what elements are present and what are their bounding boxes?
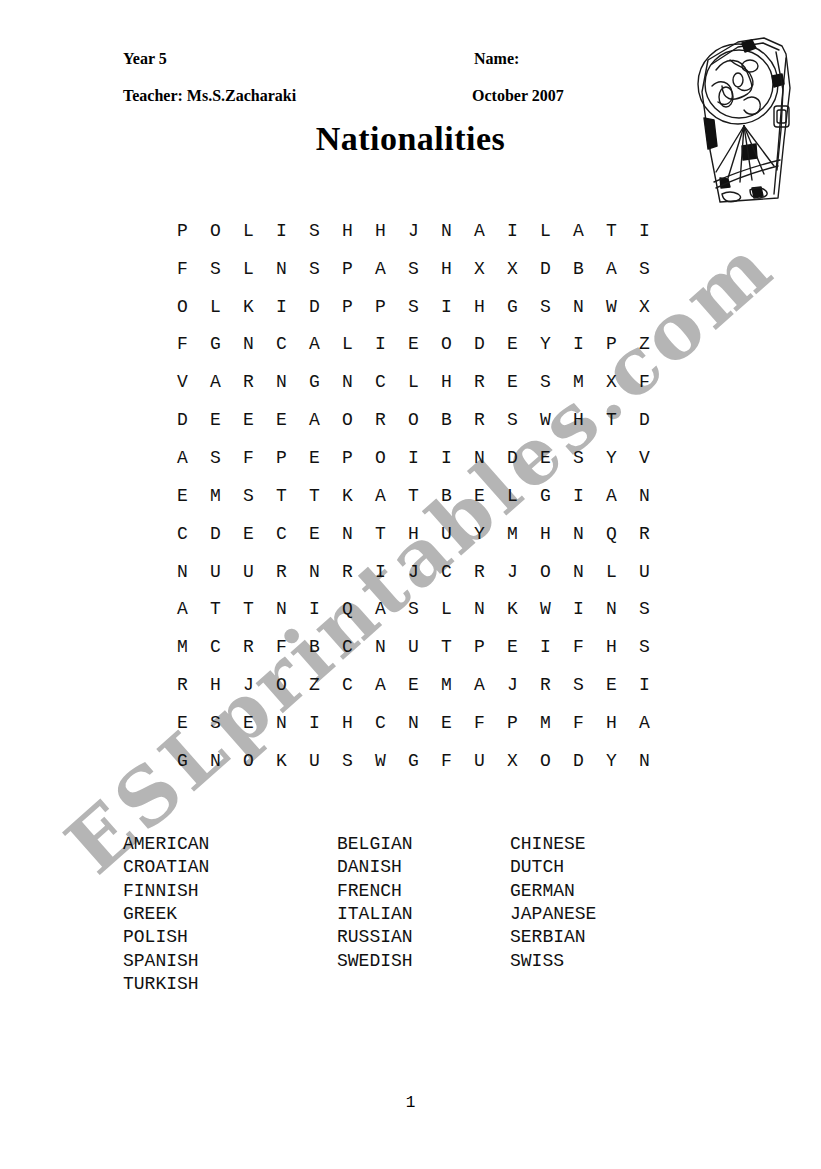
grid-cell: S: [562, 666, 595, 704]
grid-cell: I: [397, 439, 430, 477]
grid-cell: C: [331, 666, 364, 704]
grid-cell: K: [496, 590, 529, 628]
grid-cell: F: [562, 704, 595, 742]
grid-cell: D: [628, 401, 661, 439]
grid-cell: P: [463, 628, 496, 666]
grid-cell: A: [364, 250, 397, 288]
grid-cell: H: [331, 704, 364, 742]
grid-cell: B: [298, 628, 331, 666]
grid-cell: H: [364, 212, 397, 250]
grid-cell: M: [199, 477, 232, 515]
grid-cell: A: [298, 401, 331, 439]
grid-cell: E: [496, 326, 529, 364]
grid-cell: H: [595, 628, 628, 666]
word-item: CROATIAN: [123, 856, 337, 879]
word-item: FRENCH: [337, 880, 510, 903]
word-item: GREEK: [123, 903, 337, 926]
word-item: BELGIAN: [337, 833, 510, 856]
grid-cell: S: [628, 628, 661, 666]
word-item: GERMAN: [510, 880, 596, 903]
grid-cell: U: [463, 742, 496, 780]
grid-cell: S: [199, 439, 232, 477]
grid-cell: P: [496, 704, 529, 742]
grid-cell: S: [628, 590, 661, 628]
grid-cell: T: [298, 477, 331, 515]
grid-cell: N: [265, 363, 298, 401]
grid-cell: R: [463, 363, 496, 401]
grid-cell: T: [364, 515, 397, 553]
grid-cell: F: [265, 628, 298, 666]
grid-cell: I: [562, 590, 595, 628]
grid-cell: S: [397, 250, 430, 288]
grid-cell: L: [529, 212, 562, 250]
grid-cell: R: [364, 401, 397, 439]
grid-cell: Y: [595, 742, 628, 780]
word-list-column: CHINESEDUTCHGERMANJAPANESESERBIANSWISS: [510, 833, 596, 996]
grid-cell: E: [166, 704, 199, 742]
grid-cell: T: [595, 212, 628, 250]
grid-cell: D: [463, 326, 496, 364]
grid-cell: N: [562, 515, 595, 553]
grid-cell: T: [595, 401, 628, 439]
grid-cell: H: [397, 515, 430, 553]
grid-cell: C: [331, 628, 364, 666]
word-item: SWISS: [510, 950, 596, 973]
grid-cell: C: [166, 515, 199, 553]
grid-cell: J: [232, 666, 265, 704]
grid-cell: O: [199, 212, 232, 250]
grid-cell: R: [331, 553, 364, 591]
grid-cell: N: [628, 477, 661, 515]
grid-cell: E: [397, 326, 430, 364]
grid-cell: N: [166, 553, 199, 591]
grid-cell: I: [529, 628, 562, 666]
grid-cell: S: [298, 250, 331, 288]
word-item: POLISH: [123, 926, 337, 949]
grid-cell: E: [298, 515, 331, 553]
grid-cell: A: [595, 250, 628, 288]
grid-cell: F: [562, 628, 595, 666]
grid-cell: E: [496, 628, 529, 666]
word-item: SWEDISH: [337, 950, 510, 973]
grid-cell: E: [232, 401, 265, 439]
grid-cell: R: [529, 666, 562, 704]
grid-cell: I: [562, 477, 595, 515]
grid-cell: H: [529, 515, 562, 553]
grid-cell: F: [628, 363, 661, 401]
grid-cell: H: [595, 704, 628, 742]
grid-cell: F: [166, 326, 199, 364]
grid-cell: H: [430, 363, 463, 401]
grid-cell: N: [232, 326, 265, 364]
grid-cell: A: [166, 590, 199, 628]
grid-cell: C: [364, 363, 397, 401]
word-item: SERBIAN: [510, 926, 596, 949]
grid-cell: R: [232, 628, 265, 666]
grid-cell: C: [265, 326, 298, 364]
grid-cell: W: [529, 401, 562, 439]
grid-cell: N: [430, 212, 463, 250]
grid-cell: E: [430, 704, 463, 742]
name-label: Name:: [474, 50, 519, 68]
grid-cell: J: [397, 553, 430, 591]
clipart-illustration: [686, 30, 808, 212]
word-item: FINNISH: [123, 880, 337, 903]
word-item: ITALIAN: [337, 903, 510, 926]
grid-cell: A: [628, 704, 661, 742]
grid-cell: N: [265, 704, 298, 742]
grid-cell: N: [331, 515, 364, 553]
grid-cell: I: [430, 288, 463, 326]
grid-cell: I: [496, 212, 529, 250]
grid-cell: A: [463, 666, 496, 704]
grid-cell: O: [364, 439, 397, 477]
grid-cell: S: [529, 363, 562, 401]
grid-cell: T: [232, 590, 265, 628]
word-item: CHINESE: [510, 833, 596, 856]
grid-cell: G: [397, 742, 430, 780]
grid-cell: X: [595, 363, 628, 401]
grid-cell: A: [463, 212, 496, 250]
grid-cell: G: [496, 288, 529, 326]
grid-cell: L: [595, 553, 628, 591]
grid-cell: K: [232, 288, 265, 326]
grid-cell: I: [364, 553, 397, 591]
grid-cell: E: [595, 666, 628, 704]
grid-cell: I: [364, 326, 397, 364]
grid-cell: N: [298, 553, 331, 591]
grid-cell: S: [397, 288, 430, 326]
grid-cell: N: [331, 363, 364, 401]
grid-cell: Q: [595, 515, 628, 553]
grid-cell: B: [430, 401, 463, 439]
grid-cell: D: [529, 250, 562, 288]
grid-cell: S: [496, 401, 529, 439]
word-item: TURKISH: [123, 973, 337, 996]
grid-cell: C: [430, 553, 463, 591]
grid-cell: X: [628, 288, 661, 326]
word-list-column: AMERICANCROATIANFINNISHGREEKPOLISHSPANIS…: [123, 833, 337, 996]
grid-cell: N: [463, 590, 496, 628]
grid-cell: A: [166, 439, 199, 477]
grid-cell: E: [265, 401, 298, 439]
grid-cell: I: [298, 704, 331, 742]
grid-cell: R: [463, 553, 496, 591]
grid-cell: R: [265, 553, 298, 591]
grid-cell: F: [232, 439, 265, 477]
grid-cell: O: [232, 742, 265, 780]
grid-cell: N: [463, 439, 496, 477]
grid-cell: E: [232, 704, 265, 742]
grid-cell: I: [265, 288, 298, 326]
grid-cell: M: [529, 704, 562, 742]
grid-cell: Y: [529, 326, 562, 364]
page-number: 1: [0, 1094, 821, 1112]
grid-cell: B: [430, 477, 463, 515]
grid-cell: U: [298, 742, 331, 780]
grid-cell: X: [463, 250, 496, 288]
grid-cell: F: [463, 704, 496, 742]
grid-cell: U: [397, 628, 430, 666]
grid-cell: A: [364, 477, 397, 515]
grid-cell: E: [397, 666, 430, 704]
grid-cell: T: [265, 477, 298, 515]
word-list-column: BELGIANDANISHFRENCHITALIANRUSSIANSWEDISH: [337, 833, 510, 996]
grid-cell: I: [562, 326, 595, 364]
grid-cell: E: [298, 439, 331, 477]
grid-cell: M: [562, 363, 595, 401]
grid-cell: B: [562, 250, 595, 288]
grid-cell: N: [265, 590, 298, 628]
grid-cell: N: [364, 628, 397, 666]
worksheet-page: ESLprintables.com Year 5 Name: Teacher: …: [0, 0, 821, 1169]
grid-cell: P: [166, 212, 199, 250]
grid-cell: G: [199, 326, 232, 364]
word-list: AMERICANCROATIANFINNISHGREEKPOLISHSPANIS…: [123, 833, 596, 996]
grid-cell: G: [298, 363, 331, 401]
grid-cell: O: [397, 401, 430, 439]
grid-cell: R: [166, 666, 199, 704]
grid-cell: N: [562, 288, 595, 326]
grid-cell: S: [298, 212, 331, 250]
word-item: DANISH: [337, 856, 510, 879]
grid-cell: O: [529, 742, 562, 780]
grid-cell: L: [430, 590, 463, 628]
grid-cell: N: [562, 553, 595, 591]
grid-cell: N: [628, 742, 661, 780]
grid-cell: S: [628, 250, 661, 288]
grid-cell: Z: [298, 666, 331, 704]
word-item: SPANISH: [123, 950, 337, 973]
grid-cell: D: [562, 742, 595, 780]
grid-cell: U: [430, 515, 463, 553]
grid-cell: O: [265, 666, 298, 704]
grid-cell: H: [430, 250, 463, 288]
grid-cell: O: [331, 401, 364, 439]
grid-cell: A: [199, 363, 232, 401]
grid-cell: J: [496, 666, 529, 704]
grid-cell: P: [331, 250, 364, 288]
grid-cell: S: [529, 288, 562, 326]
grid-cell: P: [331, 288, 364, 326]
grid-cell: O: [529, 553, 562, 591]
grid-cell: S: [199, 250, 232, 288]
grid-cell: U: [199, 553, 232, 591]
word-item: DUTCH: [510, 856, 596, 879]
grid-cell: X: [496, 250, 529, 288]
grid-cell: A: [364, 666, 397, 704]
grid-cell: I: [628, 666, 661, 704]
grid-cell: D: [166, 401, 199, 439]
grid-cell: Q: [331, 590, 364, 628]
teacher-label: Teacher: Ms.S.Zacharaki: [123, 87, 296, 105]
grid-cell: H: [199, 666, 232, 704]
grid-cell: J: [397, 212, 430, 250]
grid-cell: V: [166, 363, 199, 401]
grid-cell: S: [562, 439, 595, 477]
grid-cell: Z: [628, 326, 661, 364]
grid-cell: T: [199, 590, 232, 628]
grid-cell: L: [331, 326, 364, 364]
grid-cell: H: [562, 401, 595, 439]
grid-cell: O: [166, 288, 199, 326]
grid-cell: A: [298, 326, 331, 364]
grid-cell: A: [562, 212, 595, 250]
word-item: AMERICAN: [123, 833, 337, 856]
word-item: JAPANESE: [510, 903, 596, 926]
grid-cell: A: [595, 477, 628, 515]
grid-cell: N: [199, 742, 232, 780]
grid-cell: F: [430, 742, 463, 780]
grid-cell: P: [331, 439, 364, 477]
grid-cell: Y: [463, 515, 496, 553]
grid-cell: D: [199, 515, 232, 553]
grid-cell: W: [529, 590, 562, 628]
date-label: October 2007: [472, 87, 564, 105]
grid-cell: Y: [595, 439, 628, 477]
grid-cell: E: [232, 515, 265, 553]
grid-cell: D: [298, 288, 331, 326]
grid-cell: N: [265, 250, 298, 288]
grid-cell: I: [265, 212, 298, 250]
year-label: Year 5: [123, 50, 167, 68]
word-item: RUSSIAN: [337, 926, 510, 949]
grid-cell: C: [265, 515, 298, 553]
grid-cell: K: [331, 477, 364, 515]
grid-cell: U: [232, 553, 265, 591]
grid-cell: S: [232, 477, 265, 515]
grid-cell: R: [628, 515, 661, 553]
grid-cell: K: [265, 742, 298, 780]
word-search-grid: POLISHHJNAILATIFSLNSPASHXXDBASOLKIDPPSIH…: [166, 212, 661, 780]
grid-cell: M: [166, 628, 199, 666]
grid-cell: X: [496, 742, 529, 780]
grid-cell: H: [331, 212, 364, 250]
grid-cell: H: [463, 288, 496, 326]
grid-cell: S: [397, 590, 430, 628]
grid-cell: E: [463, 477, 496, 515]
grid-cell: I: [430, 439, 463, 477]
grid-cell: G: [529, 477, 562, 515]
grid-cell: E: [496, 363, 529, 401]
grid-cell: G: [166, 742, 199, 780]
grid-cell: F: [166, 250, 199, 288]
grid-cell: A: [364, 590, 397, 628]
grid-cell: U: [628, 553, 661, 591]
grid-cell: W: [595, 288, 628, 326]
grid-cell: W: [364, 742, 397, 780]
grid-cell: L: [232, 250, 265, 288]
grid-cell: I: [628, 212, 661, 250]
grid-cell: P: [364, 288, 397, 326]
grid-cell: E: [166, 477, 199, 515]
grid-cell: L: [232, 212, 265, 250]
grid-cell: T: [430, 628, 463, 666]
grid-cell: C: [364, 704, 397, 742]
grid-cell: O: [430, 326, 463, 364]
grid-cell: E: [529, 439, 562, 477]
grid-cell: C: [199, 628, 232, 666]
grid-cell: R: [232, 363, 265, 401]
grid-cell: M: [496, 515, 529, 553]
grid-cell: V: [628, 439, 661, 477]
grid-cell: D: [496, 439, 529, 477]
grid-cell: L: [199, 288, 232, 326]
grid-cell: T: [397, 477, 430, 515]
grid-cell: N: [595, 590, 628, 628]
grid-cell: L: [496, 477, 529, 515]
grid-cell: R: [463, 401, 496, 439]
grid-cell: L: [397, 363, 430, 401]
grid-cell: E: [199, 401, 232, 439]
grid-cell: S: [199, 704, 232, 742]
grid-cell: P: [265, 439, 298, 477]
grid-cell: M: [430, 666, 463, 704]
grid-cell: N: [397, 704, 430, 742]
grid-cell: I: [298, 590, 331, 628]
grid-cell: P: [595, 326, 628, 364]
grid-cell: S: [331, 742, 364, 780]
grid-cell: J: [496, 553, 529, 591]
